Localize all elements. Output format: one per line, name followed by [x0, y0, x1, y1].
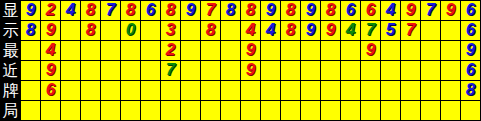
board-cell-r4c23: 6	[461, 61, 481, 81]
board-cell-r6c20	[401, 101, 421, 121]
board-cell-r3c23: 9	[461, 41, 481, 61]
board-cell-r4c20	[401, 61, 421, 81]
sidebar-char: 显	[0, 1, 21, 21]
board-cell-r5c11	[221, 81, 241, 101]
board-cell-r5c17	[341, 81, 361, 101]
board-cell-r2c8: 3	[161, 21, 181, 41]
board-cell-r1c6: 8	[121, 1, 141, 21]
board-cell-r2c4: 8	[81, 21, 101, 41]
board-cell-r4c17	[341, 61, 361, 81]
board-cell-r5c13	[261, 81, 281, 101]
board-cell-r4c5	[101, 61, 121, 81]
board-cell-r2c16: 9	[321, 21, 341, 41]
board-cell-r1c1: 9	[21, 1, 41, 21]
board-cell-r4c13	[261, 61, 281, 81]
board-cell-r3c7	[141, 41, 161, 61]
board-cell-r4c9	[181, 61, 201, 81]
board-cell-r6c4	[81, 101, 101, 121]
board-cell-r1c4: 8	[81, 1, 101, 21]
board-cell-r4c18	[361, 61, 381, 81]
board-cell-r4c3	[61, 61, 81, 81]
sidebar-char: 示	[0, 21, 21, 41]
board-cell-r3c11	[221, 41, 241, 61]
board-cell-r3c20	[401, 41, 421, 61]
board-cell-r6c13	[261, 101, 281, 121]
board-cell-r3c16	[321, 41, 341, 61]
board-cell-r4c14	[281, 61, 301, 81]
board-cell-r1c20: 9	[401, 1, 421, 21]
board-cell-r3c19	[381, 41, 401, 61]
board-cell-r3c9	[181, 41, 201, 61]
board-cell-r2c1: 8	[21, 21, 41, 41]
board-cell-r6c15	[301, 101, 321, 121]
board-cell-r2c6: 0	[121, 21, 141, 41]
board-cell-r1c15: 9	[301, 1, 321, 21]
board-cell-r6c3	[61, 101, 81, 121]
board-cell-r5c1	[21, 81, 41, 101]
board-cell-r3c10	[201, 41, 221, 61]
board-cell-r1c16: 8	[321, 1, 341, 21]
board-cell-r6c8	[161, 101, 181, 121]
board-cell-r2c13: 4	[261, 21, 281, 41]
board-cell-r5c16	[321, 81, 341, 101]
board-cell-r2c7	[141, 21, 161, 41]
board-cell-r6c21	[421, 101, 441, 121]
board-cell-r3c3	[61, 41, 81, 61]
board-cell-r1c10: 7	[201, 1, 221, 21]
board-cell-r1c12: 8	[241, 1, 261, 21]
board-cell-r5c14	[281, 81, 301, 101]
board-cell-r3c4	[81, 41, 101, 61]
board-cell-r1c18: 6	[361, 1, 381, 21]
board-cell-r4c10	[201, 61, 221, 81]
board-cell-r3c12: 9	[241, 41, 261, 61]
board-cell-r5c7	[141, 81, 161, 101]
board-cell-r6c1	[21, 101, 41, 121]
board-cell-r4c19	[381, 61, 401, 81]
board-cell-r5c8	[161, 81, 181, 101]
board-cell-r5c20	[401, 81, 421, 101]
board-cell-r3c1	[21, 41, 41, 61]
board-cell-r6c2	[41, 101, 61, 121]
board-cell-r3c2: 4	[41, 41, 61, 61]
board-cell-r6c6	[121, 101, 141, 121]
board-cell-r1c14: 8	[281, 1, 301, 21]
board-cell-r5c5	[101, 81, 121, 101]
board-cell-r2c19: 5	[381, 21, 401, 41]
board-cell-r1c23: 6	[461, 1, 481, 21]
board-cell-r6c16	[321, 101, 341, 121]
board-cell-r3c8: 2	[161, 41, 181, 61]
board-cell-r4c21	[421, 61, 441, 81]
board-cell-r5c22	[441, 81, 461, 101]
board-cell-r2c22	[441, 21, 461, 41]
sidebar-char: 局	[0, 101, 21, 121]
recent-results-panel: 显 示 最 近 牌 局 9248786897889898664979689803…	[0, 0, 481, 121]
board-cell-r4c15	[301, 61, 321, 81]
board-cell-r1c21: 7	[421, 1, 441, 21]
board-cell-r6c19	[381, 101, 401, 121]
board-cell-r5c9	[181, 81, 201, 101]
board-cell-r6c9	[181, 101, 201, 121]
sidebar-char: 最	[0, 41, 21, 61]
board-cell-r1c3: 4	[61, 1, 81, 21]
board-cell-r4c6	[121, 61, 141, 81]
board-cell-r3c13	[261, 41, 281, 61]
board-cell-r1c5: 7	[101, 1, 121, 21]
board-cell-r5c23: 8	[461, 81, 481, 101]
board-cell-r6c5	[101, 101, 121, 121]
board-cell-r2c21	[421, 21, 441, 41]
sidebar-char: 牌	[0, 81, 21, 101]
board-cell-r3c18: 9	[361, 41, 381, 61]
board-cell-r3c5	[101, 41, 121, 61]
board-cell-r3c14	[281, 41, 301, 61]
board-cell-r1c13: 9	[261, 1, 281, 21]
board-cell-r5c12	[241, 81, 261, 101]
board-cell-r1c17: 6	[341, 1, 361, 21]
board-cell-r3c17	[341, 41, 361, 61]
board-cell-r2c5	[101, 21, 121, 41]
board-cell-r2c12: 4	[241, 21, 261, 41]
board-cell-r1c9: 9	[181, 1, 201, 21]
board-cell-r2c17: 4	[341, 21, 361, 41]
board-cell-r2c3	[61, 21, 81, 41]
board-cell-r3c15	[301, 41, 321, 61]
board-cell-r6c23	[461, 101, 481, 121]
board-cell-r2c14: 8	[281, 21, 301, 41]
sidebar-vertical-label: 显 示 最 近 牌 局	[0, 0, 21, 121]
board-cell-r5c4	[81, 81, 101, 101]
board-cell-r2c11	[221, 21, 241, 41]
board-cell-r1c8: 8	[161, 1, 181, 21]
board-cell-r4c11	[221, 61, 241, 81]
board-cell-r1c7: 6	[141, 1, 161, 21]
sidebar-char: 近	[0, 61, 21, 81]
board-cell-r4c22	[441, 61, 461, 81]
board-cell-r1c19: 4	[381, 1, 401, 21]
board-cell-r4c4	[81, 61, 101, 81]
board-cell-r6c10	[201, 101, 221, 121]
board-cell-r2c2: 9	[41, 21, 61, 41]
board-cell-r5c21	[421, 81, 441, 101]
board-cell-r2c15: 9	[301, 21, 321, 41]
board-cell-r5c3	[61, 81, 81, 101]
board-cell-r6c7	[141, 101, 161, 121]
board-cell-r1c2: 2	[41, 1, 61, 21]
board-cell-r6c18	[361, 101, 381, 121]
results-board-grid: 9248786897889898664979689803844899475764…	[21, 0, 481, 121]
board-cell-r6c14	[281, 101, 301, 121]
board-cell-r6c11	[221, 101, 241, 121]
board-cell-r2c20: 7	[401, 21, 421, 41]
board-cell-r5c15	[301, 81, 321, 101]
board-cell-r5c2: 6	[41, 81, 61, 101]
board-cell-r3c21	[421, 41, 441, 61]
board-cell-r6c17	[341, 101, 361, 121]
board-cell-r1c22: 9	[441, 1, 461, 21]
board-cell-r4c8: 7	[161, 61, 181, 81]
board-cell-r4c2: 9	[41, 61, 61, 81]
board-cell-r5c19	[381, 81, 401, 101]
board-cell-r5c18	[361, 81, 381, 101]
board-cell-r4c12: 9	[241, 61, 261, 81]
board-cell-r4c1	[21, 61, 41, 81]
board-cell-r2c18: 7	[361, 21, 381, 41]
board-cell-r4c7	[141, 61, 161, 81]
board-cell-r6c22	[441, 101, 461, 121]
board-cell-r4c16	[321, 61, 341, 81]
board-cell-r2c23: 6	[461, 21, 481, 41]
board-cell-r3c6	[121, 41, 141, 61]
board-cell-r2c9	[181, 21, 201, 41]
board-cell-r6c12	[241, 101, 261, 121]
board-cell-r5c10	[201, 81, 221, 101]
board-cell-r3c22	[441, 41, 461, 61]
board-cell-r1c11: 8	[221, 1, 241, 21]
board-cell-r2c10: 8	[201, 21, 221, 41]
board-cell-r5c6	[121, 81, 141, 101]
